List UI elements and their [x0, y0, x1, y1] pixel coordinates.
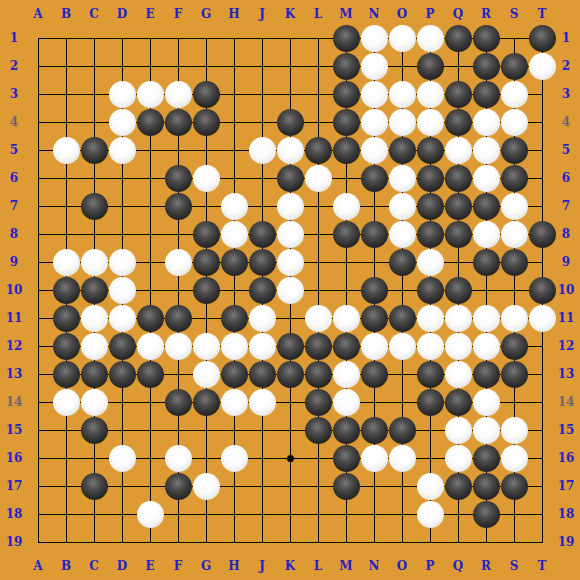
- board-cell-E3[interactable]: [136, 80, 164, 108]
- board-cell-F18[interactable]: [164, 500, 192, 528]
- board-cell-O4[interactable]: [388, 108, 416, 136]
- board-cell-K18[interactable]: [276, 500, 304, 528]
- board-cell-E10[interactable]: [136, 276, 164, 304]
- board-cell-Q12[interactable]: [444, 332, 472, 360]
- board-cell-T13[interactable]: [528, 360, 556, 388]
- board-cell-B17[interactable]: [52, 472, 80, 500]
- board-cell-N15[interactable]: [360, 416, 388, 444]
- board-cell-S18[interactable]: [500, 500, 528, 528]
- board-cell-A19[interactable]: [24, 528, 52, 556]
- board-cell-F1[interactable]: [164, 24, 192, 52]
- board-cell-H7[interactable]: [220, 192, 248, 220]
- board-cell-F5[interactable]: [164, 136, 192, 164]
- board-cell-T11[interactable]: [528, 304, 556, 332]
- board-cell-K6[interactable]: [276, 164, 304, 192]
- board-cell-Q14[interactable]: [444, 388, 472, 416]
- board-cell-Q8[interactable]: [444, 220, 472, 248]
- board-cell-C1[interactable]: [80, 24, 108, 52]
- board-cell-B1[interactable]: [52, 24, 80, 52]
- board-cell-J11[interactable]: [248, 304, 276, 332]
- board-cell-A11[interactable]: [24, 304, 52, 332]
- board-cell-N18[interactable]: [360, 500, 388, 528]
- board-cell-R14[interactable]: [472, 388, 500, 416]
- board-cell-G16[interactable]: [192, 444, 220, 472]
- board-cell-M11[interactable]: [332, 304, 360, 332]
- board-cell-J17[interactable]: [248, 472, 276, 500]
- board-cell-D18[interactable]: [108, 500, 136, 528]
- board-cell-Q15[interactable]: [444, 416, 472, 444]
- board-cell-N14[interactable]: [360, 388, 388, 416]
- board-cell-G11[interactable]: [192, 304, 220, 332]
- board-cell-J18[interactable]: [248, 500, 276, 528]
- board-cell-H4[interactable]: [220, 108, 248, 136]
- board-cell-L17[interactable]: [304, 472, 332, 500]
- board-cell-S17[interactable]: [500, 472, 528, 500]
- board-cell-L7[interactable]: [304, 192, 332, 220]
- board-cell-M5[interactable]: [332, 136, 360, 164]
- board-cell-N10[interactable]: [360, 276, 388, 304]
- board-cell-K7[interactable]: [276, 192, 304, 220]
- board-cell-J15[interactable]: [248, 416, 276, 444]
- board-cell-P15[interactable]: [416, 416, 444, 444]
- board-cell-N11[interactable]: [360, 304, 388, 332]
- board-cell-A14[interactable]: [24, 388, 52, 416]
- board-cell-A2[interactable]: [24, 52, 52, 80]
- board-cell-T6[interactable]: [528, 164, 556, 192]
- board-cell-J16[interactable]: [248, 444, 276, 472]
- board-cell-C4[interactable]: [80, 108, 108, 136]
- board-cell-O3[interactable]: [388, 80, 416, 108]
- board-cell-M4[interactable]: [332, 108, 360, 136]
- board-cell-J2[interactable]: [248, 52, 276, 80]
- board-cell-J1[interactable]: [248, 24, 276, 52]
- board-cell-T17[interactable]: [528, 472, 556, 500]
- board-cell-N17[interactable]: [360, 472, 388, 500]
- board-cell-F7[interactable]: [164, 192, 192, 220]
- board-cell-O13[interactable]: [388, 360, 416, 388]
- board-cell-D12[interactable]: [108, 332, 136, 360]
- board-cell-M14[interactable]: [332, 388, 360, 416]
- board-cell-M9[interactable]: [332, 248, 360, 276]
- board-cell-M2[interactable]: [332, 52, 360, 80]
- board-cell-R13[interactable]: [472, 360, 500, 388]
- board-cell-B3[interactable]: [52, 80, 80, 108]
- board-cell-C16[interactable]: [80, 444, 108, 472]
- board-cell-Q19[interactable]: [444, 528, 472, 556]
- board-cell-L5[interactable]: [304, 136, 332, 164]
- board-cell-Q17[interactable]: [444, 472, 472, 500]
- board-cell-E6[interactable]: [136, 164, 164, 192]
- board-cell-H9[interactable]: [220, 248, 248, 276]
- board-cell-D14[interactable]: [108, 388, 136, 416]
- board-cell-F2[interactable]: [164, 52, 192, 80]
- board-cell-H12[interactable]: [220, 332, 248, 360]
- board-cell-Q4[interactable]: [444, 108, 472, 136]
- board-cell-A5[interactable]: [24, 136, 52, 164]
- board-cell-S7[interactable]: [500, 192, 528, 220]
- board-cell-B7[interactable]: [52, 192, 80, 220]
- board-cell-P4[interactable]: [416, 108, 444, 136]
- board-cell-E19[interactable]: [136, 528, 164, 556]
- board-cell-A18[interactable]: [24, 500, 52, 528]
- board-cell-L10[interactable]: [304, 276, 332, 304]
- board-cell-S1[interactable]: [500, 24, 528, 52]
- board-cell-N2[interactable]: [360, 52, 388, 80]
- board-cell-H18[interactable]: [220, 500, 248, 528]
- board-cell-N5[interactable]: [360, 136, 388, 164]
- board-cell-P16[interactable]: [416, 444, 444, 472]
- board-cell-F3[interactable]: [164, 80, 192, 108]
- board-cell-P9[interactable]: [416, 248, 444, 276]
- board-cell-E12[interactable]: [136, 332, 164, 360]
- board-cell-G10[interactable]: [192, 276, 220, 304]
- board-cell-O11[interactable]: [388, 304, 416, 332]
- board-cell-S11[interactable]: [500, 304, 528, 332]
- board-cell-E13[interactable]: [136, 360, 164, 388]
- board-cell-D13[interactable]: [108, 360, 136, 388]
- board-cell-K12[interactable]: [276, 332, 304, 360]
- board-cell-G12[interactable]: [192, 332, 220, 360]
- board-cell-Q13[interactable]: [444, 360, 472, 388]
- board-cell-C13[interactable]: [80, 360, 108, 388]
- board-cell-N9[interactable]: [360, 248, 388, 276]
- board-cell-T16[interactable]: [528, 444, 556, 472]
- board-cell-P8[interactable]: [416, 220, 444, 248]
- board-cell-D3[interactable]: [108, 80, 136, 108]
- board-cell-H5[interactable]: [220, 136, 248, 164]
- board-cell-O1[interactable]: [388, 24, 416, 52]
- board-cell-A6[interactable]: [24, 164, 52, 192]
- board-cell-B12[interactable]: [52, 332, 80, 360]
- board-cell-D11[interactable]: [108, 304, 136, 332]
- board-cell-O8[interactable]: [388, 220, 416, 248]
- board-cell-G9[interactable]: [192, 248, 220, 276]
- board-cell-Q2[interactable]: [444, 52, 472, 80]
- board-cell-R16[interactable]: [472, 444, 500, 472]
- board-cell-D15[interactable]: [108, 416, 136, 444]
- board-cell-C14[interactable]: [80, 388, 108, 416]
- board-cell-N8[interactable]: [360, 220, 388, 248]
- board-cell-G2[interactable]: [192, 52, 220, 80]
- board-cell-E15[interactable]: [136, 416, 164, 444]
- board-cell-B15[interactable]: [52, 416, 80, 444]
- board-cell-Q9[interactable]: [444, 248, 472, 276]
- board-cell-L3[interactable]: [304, 80, 332, 108]
- board-cell-C12[interactable]: [80, 332, 108, 360]
- board-cell-C3[interactable]: [80, 80, 108, 108]
- board-cell-T19[interactable]: [528, 528, 556, 556]
- board-cell-T9[interactable]: [528, 248, 556, 276]
- board-cell-D8[interactable]: [108, 220, 136, 248]
- board-cell-G13[interactable]: [192, 360, 220, 388]
- board-cell-R9[interactable]: [472, 248, 500, 276]
- board-cell-C18[interactable]: [80, 500, 108, 528]
- board-cell-A15[interactable]: [24, 416, 52, 444]
- board-cell-C17[interactable]: [80, 472, 108, 500]
- board-cell-P7[interactable]: [416, 192, 444, 220]
- board-cell-M7[interactable]: [332, 192, 360, 220]
- board-cell-P18[interactable]: [416, 500, 444, 528]
- board-cell-J10[interactable]: [248, 276, 276, 304]
- board-cell-A17[interactable]: [24, 472, 52, 500]
- board-cell-M1[interactable]: [332, 24, 360, 52]
- board-cell-R6[interactable]: [472, 164, 500, 192]
- board-cell-M3[interactable]: [332, 80, 360, 108]
- board-cell-G3[interactable]: [192, 80, 220, 108]
- board-cell-S2[interactable]: [500, 52, 528, 80]
- board-cell-D10[interactable]: [108, 276, 136, 304]
- board-cell-S3[interactable]: [500, 80, 528, 108]
- board-cell-K10[interactable]: [276, 276, 304, 304]
- board-cell-E11[interactable]: [136, 304, 164, 332]
- board-cell-L8[interactable]: [304, 220, 332, 248]
- board-cell-S10[interactable]: [500, 276, 528, 304]
- board-cell-D5[interactable]: [108, 136, 136, 164]
- board-cell-Q10[interactable]: [444, 276, 472, 304]
- board-cell-B9[interactable]: [52, 248, 80, 276]
- board-cell-N19[interactable]: [360, 528, 388, 556]
- board-cell-L11[interactable]: [304, 304, 332, 332]
- board-cell-P3[interactable]: [416, 80, 444, 108]
- board-cell-O14[interactable]: [388, 388, 416, 416]
- board-cell-M15[interactable]: [332, 416, 360, 444]
- board-cell-G19[interactable]: [192, 528, 220, 556]
- board-cell-P6[interactable]: [416, 164, 444, 192]
- board-cell-S4[interactable]: [500, 108, 528, 136]
- board-cell-R10[interactable]: [472, 276, 500, 304]
- board-cell-F9[interactable]: [164, 248, 192, 276]
- board-cell-B18[interactable]: [52, 500, 80, 528]
- board-cell-K17[interactable]: [276, 472, 304, 500]
- board-cell-E16[interactable]: [136, 444, 164, 472]
- board-cell-P2[interactable]: [416, 52, 444, 80]
- board-cell-N3[interactable]: [360, 80, 388, 108]
- board-cell-Q7[interactable]: [444, 192, 472, 220]
- board-cell-G7[interactable]: [192, 192, 220, 220]
- board-cell-B5[interactable]: [52, 136, 80, 164]
- board-cell-R17[interactable]: [472, 472, 500, 500]
- board-cell-K8[interactable]: [276, 220, 304, 248]
- board-cell-Q1[interactable]: [444, 24, 472, 52]
- board-cell-B16[interactable]: [52, 444, 80, 472]
- board-cell-H15[interactable]: [220, 416, 248, 444]
- board-cell-J4[interactable]: [248, 108, 276, 136]
- board-cell-K1[interactable]: [276, 24, 304, 52]
- board-cell-L2[interactable]: [304, 52, 332, 80]
- board-cell-G1[interactable]: [192, 24, 220, 52]
- board-cell-C7[interactable]: [80, 192, 108, 220]
- board-cell-E8[interactable]: [136, 220, 164, 248]
- board-cell-G6[interactable]: [192, 164, 220, 192]
- board-cell-G18[interactable]: [192, 500, 220, 528]
- board-cell-H14[interactable]: [220, 388, 248, 416]
- board-cell-A9[interactable]: [24, 248, 52, 276]
- board-cell-D9[interactable]: [108, 248, 136, 276]
- board-cell-R11[interactable]: [472, 304, 500, 332]
- board-cell-E18[interactable]: [136, 500, 164, 528]
- board-cell-B10[interactable]: [52, 276, 80, 304]
- board-cell-T18[interactable]: [528, 500, 556, 528]
- board-cell-C5[interactable]: [80, 136, 108, 164]
- board-cell-A3[interactable]: [24, 80, 52, 108]
- board-cell-J14[interactable]: [248, 388, 276, 416]
- board-cell-Q6[interactable]: [444, 164, 472, 192]
- board-cell-O5[interactable]: [388, 136, 416, 164]
- board-cell-R5[interactable]: [472, 136, 500, 164]
- board-cell-P11[interactable]: [416, 304, 444, 332]
- board-cell-K4[interactable]: [276, 108, 304, 136]
- board-cell-M6[interactable]: [332, 164, 360, 192]
- board-cell-T2[interactable]: [528, 52, 556, 80]
- board-cell-P12[interactable]: [416, 332, 444, 360]
- board-cell-T3[interactable]: [528, 80, 556, 108]
- board-cell-L14[interactable]: [304, 388, 332, 416]
- board-cell-O7[interactable]: [388, 192, 416, 220]
- board-cell-M10[interactable]: [332, 276, 360, 304]
- board-cell-M8[interactable]: [332, 220, 360, 248]
- board-cell-T1[interactable]: [528, 24, 556, 52]
- board-cell-F14[interactable]: [164, 388, 192, 416]
- board-cell-A10[interactable]: [24, 276, 52, 304]
- board-cell-J12[interactable]: [248, 332, 276, 360]
- board-cell-T5[interactable]: [528, 136, 556, 164]
- board-cell-C9[interactable]: [80, 248, 108, 276]
- board-cell-M18[interactable]: [332, 500, 360, 528]
- board-cell-H8[interactable]: [220, 220, 248, 248]
- board-cell-P13[interactable]: [416, 360, 444, 388]
- board-cell-K15[interactable]: [276, 416, 304, 444]
- board-cell-N1[interactable]: [360, 24, 388, 52]
- board-cell-P14[interactable]: [416, 388, 444, 416]
- board-cell-S12[interactable]: [500, 332, 528, 360]
- board-cell-L19[interactable]: [304, 528, 332, 556]
- board-cell-D1[interactable]: [108, 24, 136, 52]
- board-cell-K2[interactable]: [276, 52, 304, 80]
- board-cell-G4[interactable]: [192, 108, 220, 136]
- board-cell-K11[interactable]: [276, 304, 304, 332]
- board-cell-A1[interactable]: [24, 24, 52, 52]
- board-cell-M17[interactable]: [332, 472, 360, 500]
- board-cell-C10[interactable]: [80, 276, 108, 304]
- board-cell-O12[interactable]: [388, 332, 416, 360]
- board-cell-J3[interactable]: [248, 80, 276, 108]
- board-cell-R18[interactable]: [472, 500, 500, 528]
- board-cell-F15[interactable]: [164, 416, 192, 444]
- board-cell-J8[interactable]: [248, 220, 276, 248]
- board-cell-B8[interactable]: [52, 220, 80, 248]
- board-cell-B11[interactable]: [52, 304, 80, 332]
- board-cell-E9[interactable]: [136, 248, 164, 276]
- board-cell-T7[interactable]: [528, 192, 556, 220]
- board-cell-O17[interactable]: [388, 472, 416, 500]
- board-cell-S8[interactable]: [500, 220, 528, 248]
- board-cell-N12[interactable]: [360, 332, 388, 360]
- board-cell-T10[interactable]: [528, 276, 556, 304]
- board-cell-B14[interactable]: [52, 388, 80, 416]
- board-cell-D16[interactable]: [108, 444, 136, 472]
- board-cell-F12[interactable]: [164, 332, 192, 360]
- board-cell-R3[interactable]: [472, 80, 500, 108]
- board-cell-J13[interactable]: [248, 360, 276, 388]
- board-cell-L1[interactable]: [304, 24, 332, 52]
- board-cell-T14[interactable]: [528, 388, 556, 416]
- board-cell-N16[interactable]: [360, 444, 388, 472]
- board-cell-R7[interactable]: [472, 192, 500, 220]
- board-cell-F6[interactable]: [164, 164, 192, 192]
- board-cell-H2[interactable]: [220, 52, 248, 80]
- board-cell-B6[interactable]: [52, 164, 80, 192]
- board-cell-L12[interactable]: [304, 332, 332, 360]
- board-cell-S6[interactable]: [500, 164, 528, 192]
- board-cell-Q11[interactable]: [444, 304, 472, 332]
- board-cell-J7[interactable]: [248, 192, 276, 220]
- board-cell-E4[interactable]: [136, 108, 164, 136]
- board-cell-L6[interactable]: [304, 164, 332, 192]
- board-cell-K16[interactable]: [276, 444, 304, 472]
- board-cell-T4[interactable]: [528, 108, 556, 136]
- board-cell-C11[interactable]: [80, 304, 108, 332]
- board-cell-Q16[interactable]: [444, 444, 472, 472]
- board-cell-A8[interactable]: [24, 220, 52, 248]
- board-cell-D17[interactable]: [108, 472, 136, 500]
- board-cell-M13[interactable]: [332, 360, 360, 388]
- board-cell-A13[interactable]: [24, 360, 52, 388]
- board-cell-K5[interactable]: [276, 136, 304, 164]
- board-cell-C6[interactable]: [80, 164, 108, 192]
- board-cell-E17[interactable]: [136, 472, 164, 500]
- board-cell-R12[interactable]: [472, 332, 500, 360]
- board-cell-N13[interactable]: [360, 360, 388, 388]
- board-cell-R8[interactable]: [472, 220, 500, 248]
- board-cell-H13[interactable]: [220, 360, 248, 388]
- board-cell-F8[interactable]: [164, 220, 192, 248]
- board-cell-R15[interactable]: [472, 416, 500, 444]
- board-cell-R4[interactable]: [472, 108, 500, 136]
- board-cell-N4[interactable]: [360, 108, 388, 136]
- board-cell-N7[interactable]: [360, 192, 388, 220]
- board-cell-R1[interactable]: [472, 24, 500, 52]
- board-cell-E14[interactable]: [136, 388, 164, 416]
- board-cell-K19[interactable]: [276, 528, 304, 556]
- board-cell-J19[interactable]: [248, 528, 276, 556]
- board-cell-Q18[interactable]: [444, 500, 472, 528]
- board-cell-M19[interactable]: [332, 528, 360, 556]
- board-cell-H10[interactable]: [220, 276, 248, 304]
- board-cell-T15[interactable]: [528, 416, 556, 444]
- board-cell-K9[interactable]: [276, 248, 304, 276]
- board-cell-B4[interactable]: [52, 108, 80, 136]
- board-cell-A16[interactable]: [24, 444, 52, 472]
- board-cell-O6[interactable]: [388, 164, 416, 192]
- board-cell-L18[interactable]: [304, 500, 332, 528]
- board-cell-B13[interactable]: [52, 360, 80, 388]
- board-cell-E2[interactable]: [136, 52, 164, 80]
- board-cell-S5[interactable]: [500, 136, 528, 164]
- board-cell-F13[interactable]: [164, 360, 192, 388]
- board-cell-K3[interactable]: [276, 80, 304, 108]
- board-cell-C2[interactable]: [80, 52, 108, 80]
- board-cell-J5[interactable]: [248, 136, 276, 164]
- board-cell-N6[interactable]: [360, 164, 388, 192]
- board-cell-P17[interactable]: [416, 472, 444, 500]
- board-cell-F16[interactable]: [164, 444, 192, 472]
- board-cell-D6[interactable]: [108, 164, 136, 192]
- board-cell-G8[interactable]: [192, 220, 220, 248]
- board-cell-B2[interactable]: [52, 52, 80, 80]
- board-cell-F17[interactable]: [164, 472, 192, 500]
- board-cell-L4[interactable]: [304, 108, 332, 136]
- board-cell-J6[interactable]: [248, 164, 276, 192]
